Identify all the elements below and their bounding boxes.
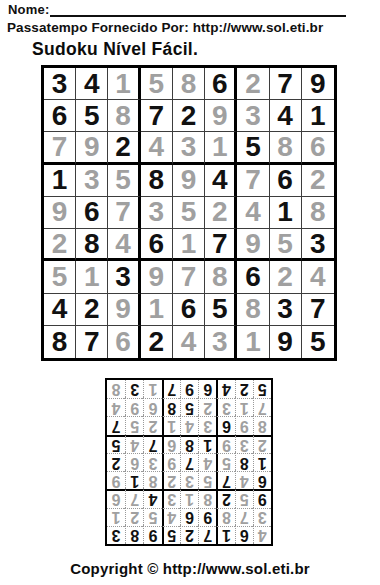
copyright-line: Copyright © http://www.sol.eti.br bbox=[0, 560, 380, 577]
cell-r7c9[interactable]: 4 bbox=[302, 261, 334, 293]
answer-cell-r9c2: 2 bbox=[235, 380, 253, 398]
answer-cell-r1c6: 5 bbox=[162, 526, 180, 544]
cell-r9c1[interactable]: 8 bbox=[44, 326, 76, 358]
answer-cell-r1c8: 8 bbox=[125, 526, 143, 544]
cell-r9c9[interactable]: 5 bbox=[302, 326, 334, 358]
answer-cell-r6c6: 6 bbox=[162, 435, 180, 453]
cell-r7c8[interactable]: 2 bbox=[270, 261, 302, 293]
sudoku-main-grid[interactable]: 3415862796587293417924315861358947629673… bbox=[41, 65, 337, 361]
answer-cell-r1c2: 6 bbox=[235, 526, 253, 544]
cell-r5c6[interactable]: 2 bbox=[205, 197, 237, 229]
cell-r7c2[interactable]: 1 bbox=[76, 261, 108, 293]
cell-r3c8[interactable]: 8 bbox=[270, 132, 302, 164]
answer-cell-r9c1: 5 bbox=[253, 380, 271, 398]
cell-r3c2[interactable]: 9 bbox=[76, 132, 108, 164]
answer-cell-r6c1: 2 bbox=[253, 435, 271, 453]
answer-cell-r9c8: 3 bbox=[125, 380, 143, 398]
cell-r3c6[interactable]: 1 bbox=[205, 132, 237, 164]
answer-cell-r8c8: 9 bbox=[125, 398, 143, 416]
answer-cell-r7c1: 8 bbox=[253, 416, 271, 434]
answer-cell-r9c3: 4 bbox=[216, 380, 234, 398]
cell-r9c5[interactable]: 4 bbox=[173, 326, 205, 358]
cell-r3c5[interactable]: 3 bbox=[173, 132, 205, 164]
answer-cell-r9c9: 8 bbox=[107, 380, 125, 398]
cell-r2c7[interactable]: 3 bbox=[237, 100, 269, 132]
answer-cell-r3c3: 2 bbox=[216, 489, 234, 507]
cell-r9c6[interactable]: 3 bbox=[205, 326, 237, 358]
cell-r5c3[interactable]: 7 bbox=[108, 197, 140, 229]
cell-r8c4[interactable]: 1 bbox=[141, 294, 173, 326]
answer-cell-r7c8: 5 bbox=[125, 416, 143, 434]
cell-r4c4[interactable]: 8 bbox=[141, 165, 173, 197]
answer-cell-r5c2: 8 bbox=[235, 453, 253, 471]
answer-cell-r1c9: 3 bbox=[107, 526, 125, 544]
name-row: Nome: bbox=[8, 2, 346, 17]
cell-r1c3[interactable]: 1 bbox=[108, 68, 140, 100]
cell-r9c8[interactable]: 9 bbox=[270, 326, 302, 358]
cell-r7c4[interactable]: 9 bbox=[141, 261, 173, 293]
page-title: Sudoku Nível Fácil. bbox=[32, 39, 198, 60]
answer-cell-r2c9: 1 bbox=[107, 508, 125, 526]
cell-r3c3[interactable]: 2 bbox=[108, 132, 140, 164]
answer-cell-r2c7: 5 bbox=[143, 508, 161, 526]
answer-cell-r5c4: 4 bbox=[198, 453, 216, 471]
answer-cell-r8c1: 7 bbox=[253, 398, 271, 416]
provider-line: Passatempo Fornecido Por: http://www.sol… bbox=[7, 20, 323, 35]
cell-r1c5[interactable]: 8 bbox=[173, 68, 205, 100]
answer-cell-r4c4: 5 bbox=[198, 471, 216, 489]
cell-r5c8[interactable]: 1 bbox=[270, 197, 302, 229]
cell-r9c7[interactable]: 1 bbox=[237, 326, 269, 358]
cell-r3c1[interactable]: 7 bbox=[44, 132, 76, 164]
answer-cell-r2c3: 8 bbox=[216, 508, 234, 526]
cell-r4c9[interactable]: 2 bbox=[302, 165, 334, 197]
answer-cell-r5c7: 3 bbox=[143, 453, 161, 471]
answer-cell-r6c7: 7 bbox=[143, 435, 161, 453]
cell-r3c4[interactable]: 4 bbox=[141, 132, 173, 164]
cell-r5c7[interactable]: 4 bbox=[237, 197, 269, 229]
answer-cell-r7c7: 2 bbox=[143, 416, 161, 434]
answer-cell-r4c5: 3 bbox=[180, 471, 198, 489]
cell-r8c8[interactable]: 3 bbox=[270, 294, 302, 326]
answer-cell-r8c2: 1 bbox=[235, 398, 253, 416]
answer-cell-r2c1: 3 bbox=[253, 508, 271, 526]
cell-r6c9[interactable]: 3 bbox=[302, 229, 334, 261]
answer-cell-r3c6: 3 bbox=[162, 489, 180, 507]
cell-r8c3[interactable]: 9 bbox=[108, 294, 140, 326]
cell-r4c8[interactable]: 6 bbox=[270, 165, 302, 197]
answer-cell-r3c1: 9 bbox=[253, 489, 271, 507]
cell-r7c1[interactable]: 5 bbox=[44, 261, 76, 293]
cell-r2c6[interactable]: 9 bbox=[205, 100, 237, 132]
cell-r8c1[interactable]: 4 bbox=[44, 294, 76, 326]
cell-r1c8[interactable]: 7 bbox=[270, 68, 302, 100]
cell-r7c7[interactable]: 6 bbox=[237, 261, 269, 293]
answer-cell-r9c7: 1 bbox=[143, 380, 161, 398]
cell-r6c1[interactable]: 2 bbox=[44, 229, 76, 261]
answer-cell-r9c5: 9 bbox=[180, 380, 198, 398]
answer-cell-r7c4: 3 bbox=[198, 416, 216, 434]
answer-cell-r2c8: 2 bbox=[125, 508, 143, 526]
answer-cell-r5c3: 5 bbox=[216, 453, 234, 471]
answer-cell-r5c9: 2 bbox=[107, 453, 125, 471]
answer-cell-r8c3: 3 bbox=[216, 398, 234, 416]
answer-cell-r8c7: 6 bbox=[143, 398, 161, 416]
cell-r6c3[interactable]: 4 bbox=[108, 229, 140, 261]
answer-cell-r8c9: 4 bbox=[107, 398, 125, 416]
cell-r5c9[interactable]: 8 bbox=[302, 197, 334, 229]
name-label: Nome: bbox=[8, 2, 49, 17]
cell-r7c3[interactable]: 3 bbox=[108, 261, 140, 293]
answer-cell-r4c7: 8 bbox=[143, 471, 161, 489]
cell-r5c5[interactable]: 5 bbox=[173, 197, 205, 229]
answer-cell-r5c8: 6 bbox=[125, 453, 143, 471]
cell-r2c9[interactable]: 1 bbox=[302, 100, 334, 132]
answer-cell-r8c4: 2 bbox=[198, 398, 216, 416]
cell-r1c4[interactable]: 5 bbox=[141, 68, 173, 100]
answer-cell-r3c4: 8 bbox=[198, 489, 216, 507]
answer-cell-r1c4: 7 bbox=[198, 526, 216, 544]
cell-r2c2[interactable]: 5 bbox=[76, 100, 108, 132]
answer-cell-r4c3: 7 bbox=[216, 471, 234, 489]
answer-cell-r8c5: 5 bbox=[180, 398, 198, 416]
cell-r3c7[interactable]: 5 bbox=[237, 132, 269, 164]
answer-cell-r6c8: 4 bbox=[125, 435, 143, 453]
cell-r6c7[interactable]: 9 bbox=[237, 229, 269, 261]
cell-r1c2[interactable]: 4 bbox=[76, 68, 108, 100]
answer-cell-r7c5: 4 bbox=[180, 416, 198, 434]
answer-cell-r1c1: 4 bbox=[253, 526, 271, 544]
cell-r5c2[interactable]: 6 bbox=[76, 197, 108, 229]
answer-cell-r5c5: 7 bbox=[180, 453, 198, 471]
answer-cell-r3c9: 6 bbox=[107, 489, 125, 507]
cell-r4c2[interactable]: 3 bbox=[76, 165, 108, 197]
answer-cell-r2c6: 4 bbox=[162, 508, 180, 526]
answer-cell-r9c6: 7 bbox=[162, 380, 180, 398]
answer-cell-r1c7: 9 bbox=[143, 526, 161, 544]
answer-cell-r7c6: 1 bbox=[162, 416, 180, 434]
answer-cell-r2c2: 7 bbox=[235, 508, 253, 526]
answer-cell-r7c2: 9 bbox=[235, 416, 253, 434]
cell-r4c7[interactable]: 7 bbox=[237, 165, 269, 197]
answer-cell-r2c4: 9 bbox=[198, 508, 216, 526]
cell-r2c1[interactable]: 6 bbox=[44, 100, 76, 132]
cell-r6c8[interactable]: 5 bbox=[270, 229, 302, 261]
cell-r4c5[interactable]: 9 bbox=[173, 165, 205, 197]
answer-cell-r5c1: 1 bbox=[253, 453, 271, 471]
answer-cell-r3c5: 1 bbox=[180, 489, 198, 507]
answer-cell-r6c5: 8 bbox=[180, 435, 198, 453]
cell-r4c3[interactable]: 5 bbox=[108, 165, 140, 197]
cell-r8c6[interactable]: 5 bbox=[205, 294, 237, 326]
cell-r9c3[interactable]: 6 bbox=[108, 326, 140, 358]
answer-cell-r4c6: 2 bbox=[162, 471, 180, 489]
cell-r2c4[interactable]: 7 bbox=[141, 100, 173, 132]
cell-r3c9[interactable]: 6 bbox=[302, 132, 334, 164]
answer-cell-r3c8: 7 bbox=[125, 489, 143, 507]
answer-cell-r1c3: 1 bbox=[216, 526, 234, 544]
cell-r1c6[interactable]: 6 bbox=[205, 68, 237, 100]
cell-r1c1[interactable]: 3 bbox=[44, 68, 76, 100]
answer-cell-r4c2: 4 bbox=[235, 471, 253, 489]
answer-cell-r3c7: 4 bbox=[143, 489, 161, 507]
answer-cell-r9c4: 6 bbox=[198, 380, 216, 398]
cell-r6c5[interactable]: 1 bbox=[173, 229, 205, 261]
cell-r6c6[interactable]: 7 bbox=[205, 229, 237, 261]
cell-r2c8[interactable]: 4 bbox=[270, 100, 302, 132]
sudoku-answer-grid-inverted: 4617259833789645219528134766475328191854… bbox=[105, 378, 273, 546]
cell-r8c7[interactable]: 8 bbox=[237, 294, 269, 326]
answer-cell-r1c5: 2 bbox=[180, 526, 198, 544]
cell-r6c2[interactable]: 8 bbox=[76, 229, 108, 261]
cell-r1c7[interactable]: 2 bbox=[237, 68, 269, 100]
cell-r9c2[interactable]: 7 bbox=[76, 326, 108, 358]
answer-cell-r6c9: 5 bbox=[107, 435, 125, 453]
cell-r9c4[interactable]: 2 bbox=[141, 326, 173, 358]
answer-cell-r2c5: 6 bbox=[180, 508, 198, 526]
answer-cell-r6c4: 1 bbox=[198, 435, 216, 453]
answer-cell-r6c2: 3 bbox=[235, 435, 253, 453]
name-blank-line bbox=[50, 2, 346, 17]
answer-cell-r7c9: 7 bbox=[107, 416, 125, 434]
answer-cell-r8c6: 8 bbox=[162, 398, 180, 416]
answer-cell-r4c9: 9 bbox=[107, 471, 125, 489]
cell-r2c5[interactable]: 2 bbox=[173, 100, 205, 132]
cell-r8c5[interactable]: 6 bbox=[173, 294, 205, 326]
answer-cell-r4c1: 6 bbox=[253, 471, 271, 489]
cell-r6c4[interactable]: 6 bbox=[141, 229, 173, 261]
answer-cell-r6c3: 9 bbox=[216, 435, 234, 453]
cell-r1c9[interactable]: 9 bbox=[302, 68, 334, 100]
cell-r4c1[interactable]: 1 bbox=[44, 165, 76, 197]
cell-r5c4[interactable]: 3 bbox=[141, 197, 173, 229]
cell-r8c9[interactable]: 7 bbox=[302, 294, 334, 326]
cell-r5c1[interactable]: 9 bbox=[44, 197, 76, 229]
answer-cell-r3c2: 5 bbox=[235, 489, 253, 507]
cell-r7c5[interactable]: 7 bbox=[173, 261, 205, 293]
cell-r4c6[interactable]: 4 bbox=[205, 165, 237, 197]
cell-r7c6[interactable]: 8 bbox=[205, 261, 237, 293]
cell-r2c3[interactable]: 8 bbox=[108, 100, 140, 132]
cell-r8c2[interactable]: 2 bbox=[76, 294, 108, 326]
answer-cell-r7c3: 6 bbox=[216, 416, 234, 434]
answer-cell-r4c8: 1 bbox=[125, 471, 143, 489]
answer-cell-r5c6: 9 bbox=[162, 453, 180, 471]
